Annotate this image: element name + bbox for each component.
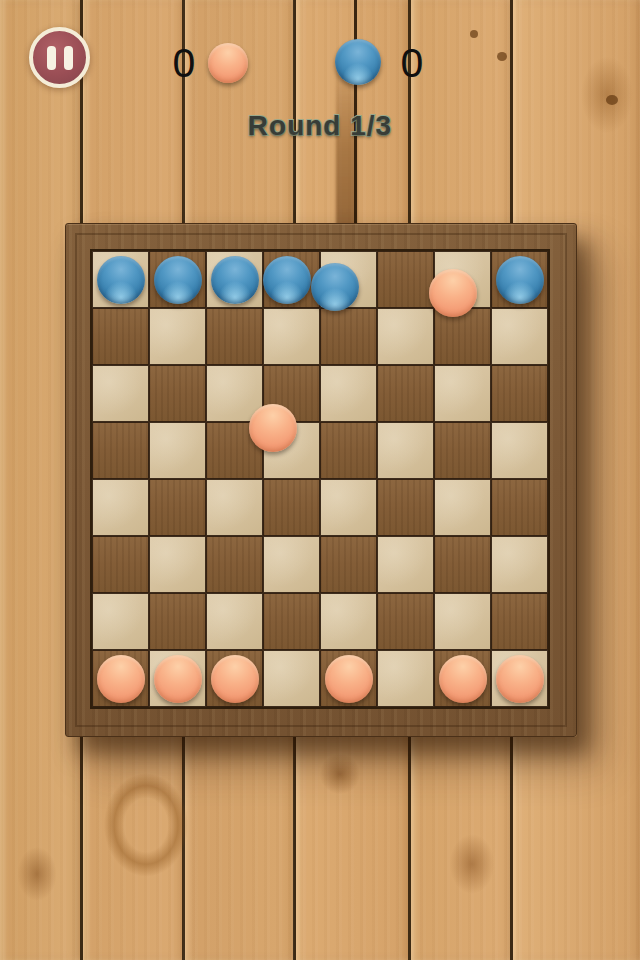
board-square[interactable] (263, 593, 320, 650)
wood-speck (497, 52, 507, 61)
game-piece-orange[interactable] (211, 655, 259, 703)
board-grid (90, 249, 550, 709)
board-square[interactable] (491, 308, 548, 365)
board-square[interactable] (206, 593, 263, 650)
board-square[interactable] (263, 650, 320, 707)
board-square[interactable] (377, 536, 434, 593)
board-square[interactable] (92, 593, 149, 650)
board-square[interactable] (263, 479, 320, 536)
board-square[interactable] (149, 308, 206, 365)
game-piece-orange[interactable] (439, 655, 487, 703)
board-square[interactable] (491, 479, 548, 536)
board-square[interactable] (377, 308, 434, 365)
game-piece-orange[interactable] (429, 269, 477, 317)
orange-score: 0 (156, 40, 212, 86)
board-square[interactable] (263, 536, 320, 593)
board-square[interactable] (206, 536, 263, 593)
board-square[interactable] (149, 365, 206, 422)
board-square[interactable] (377, 365, 434, 422)
pause-button[interactable] (29, 27, 90, 88)
board-square[interactable] (92, 308, 149, 365)
board-square[interactable] (263, 308, 320, 365)
board-square[interactable] (434, 422, 491, 479)
board-square[interactable] (92, 479, 149, 536)
board-square[interactable] (491, 365, 548, 422)
wood-speck (606, 95, 618, 105)
board-square[interactable] (491, 593, 548, 650)
game-piece-orange[interactable] (325, 655, 373, 703)
board-square[interactable] (434, 308, 491, 365)
game-piece-blue[interactable] (263, 256, 311, 304)
board-square[interactable] (149, 422, 206, 479)
board-square[interactable] (320, 593, 377, 650)
board-square[interactable] (206, 308, 263, 365)
game-board (65, 223, 577, 737)
game-piece-orange[interactable] (154, 655, 202, 703)
board-square[interactable] (320, 308, 377, 365)
board-square[interactable] (377, 251, 434, 308)
game-piece-orange[interactable] (249, 404, 297, 452)
board-square[interactable] (377, 479, 434, 536)
board-square[interactable] (320, 536, 377, 593)
orange-disc-icon (208, 43, 248, 83)
board-square[interactable] (320, 365, 377, 422)
blue-score: 0 (384, 40, 440, 86)
board-square[interactable] (320, 479, 377, 536)
blue-disc-icon (335, 39, 381, 85)
game-piece-orange[interactable] (496, 655, 544, 703)
board-square[interactable] (92, 422, 149, 479)
game-piece-blue[interactable] (97, 256, 145, 304)
board-square[interactable] (320, 422, 377, 479)
game-screen: 0 0 Round 1/3 (0, 0, 640, 960)
board-square[interactable] (491, 536, 548, 593)
board-square[interactable] (434, 365, 491, 422)
board-square[interactable] (377, 422, 434, 479)
board-square[interactable] (92, 365, 149, 422)
game-piece-orange[interactable] (97, 655, 145, 703)
board-square[interactable] (377, 650, 434, 707)
board-square[interactable] (491, 422, 548, 479)
board-square[interactable] (434, 479, 491, 536)
board-square[interactable] (149, 536, 206, 593)
board-square[interactable] (206, 479, 263, 536)
board-square[interactable] (149, 479, 206, 536)
board-square[interactable] (149, 593, 206, 650)
round-indicator: Round 1/3 (0, 110, 640, 142)
board-square[interactable] (92, 536, 149, 593)
game-piece-blue[interactable] (154, 256, 202, 304)
game-piece-blue[interactable] (496, 256, 544, 304)
board-square[interactable] (434, 593, 491, 650)
wood-speck (470, 30, 478, 38)
pause-icon (33, 31, 86, 84)
game-piece-blue[interactable] (311, 263, 359, 311)
board-square[interactable] (377, 593, 434, 650)
board-square[interactable] (434, 536, 491, 593)
game-piece-blue[interactable] (211, 256, 259, 304)
